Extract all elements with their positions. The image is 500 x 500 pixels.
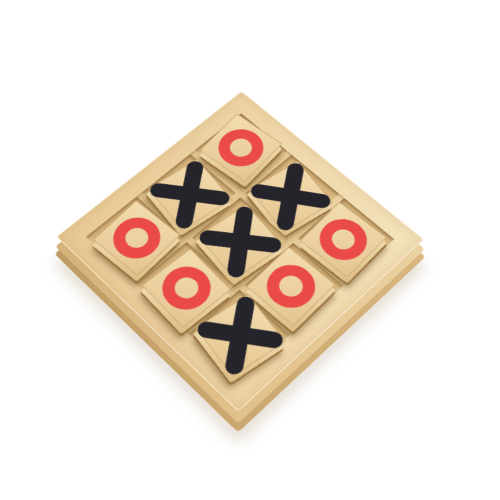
tictactoe-board [56, 91, 424, 412]
product-photo-stage [0, 0, 500, 500]
board-scene [56, 91, 424, 412]
o-mark [201, 114, 281, 180]
